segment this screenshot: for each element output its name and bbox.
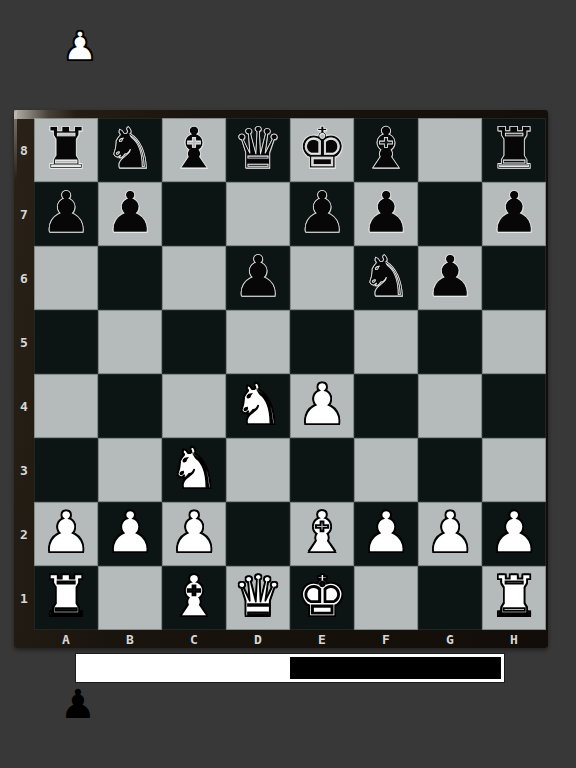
- captured-black-pieces-tray: ♟: [56, 682, 100, 726]
- square-a6[interactable]: [34, 246, 98, 310]
- square-b5[interactable]: [98, 310, 162, 374]
- captured-white-pieces-tray: ♟: [58, 24, 102, 68]
- square-d8[interactable]: ♛: [226, 118, 290, 182]
- square-b2[interactable]: ♟: [98, 502, 162, 566]
- square-c5[interactable]: [162, 310, 226, 374]
- square-b4[interactable]: [98, 374, 162, 438]
- square-a5[interactable]: [34, 310, 98, 374]
- evaluation-bar-white: [79, 657, 290, 679]
- square-c1[interactable]: ♝: [162, 566, 226, 630]
- square-b7[interactable]: ♟: [98, 182, 162, 246]
- square-g3[interactable]: [418, 438, 482, 502]
- black-pawn[interactable]: ♟: [232, 248, 283, 305]
- square-c2[interactable]: ♟: [162, 502, 226, 566]
- white-knight[interactable]: ♞: [168, 440, 219, 497]
- white-queen[interactable]: ♛: [232, 568, 283, 625]
- file-label-a: A: [34, 630, 98, 648]
- square-a4[interactable]: [34, 374, 98, 438]
- black-queen[interactable]: ♛: [232, 120, 283, 177]
- square-e4[interactable]: ♟: [290, 374, 354, 438]
- rank-labels: 87654321: [14, 118, 34, 630]
- white-king[interactable]: ♚: [296, 568, 347, 625]
- square-h7[interactable]: ♟: [482, 182, 546, 246]
- square-d4[interactable]: ♞: [226, 374, 290, 438]
- square-a2[interactable]: ♟: [34, 502, 98, 566]
- square-d7[interactable]: [226, 182, 290, 246]
- rank-label-7: 7: [14, 182, 34, 246]
- square-h8[interactable]: ♜: [482, 118, 546, 182]
- black-knight[interactable]: ♞: [360, 248, 411, 305]
- square-e2[interactable]: ♝: [290, 502, 354, 566]
- board-frame: 87654321 ♜♞♝♛♚♝♜♟♟♟♟♟♟♞♟♞♟♞♟♟♟♝♟♟♟♜♝♛♚♜ …: [14, 110, 548, 648]
- square-c3[interactable]: ♞: [162, 438, 226, 502]
- black-pawn[interactable]: ♟: [296, 184, 347, 241]
- square-h1[interactable]: ♜: [482, 566, 546, 630]
- square-b1[interactable]: [98, 566, 162, 630]
- square-e3[interactable]: [290, 438, 354, 502]
- black-pawn[interactable]: ♟: [104, 184, 155, 241]
- black-pawn[interactable]: ♟: [488, 184, 539, 241]
- square-a7[interactable]: ♟: [34, 182, 98, 246]
- square-f3[interactable]: [354, 438, 418, 502]
- rank-label-2: 2: [14, 502, 34, 566]
- square-h3[interactable]: [482, 438, 546, 502]
- square-b3[interactable]: [98, 438, 162, 502]
- square-d5[interactable]: [226, 310, 290, 374]
- white-rook[interactable]: ♜: [40, 568, 91, 625]
- black-rook[interactable]: ♜: [40, 120, 91, 177]
- white-knight[interactable]: ♞: [232, 376, 283, 433]
- square-f6[interactable]: ♞: [354, 246, 418, 310]
- square-d6[interactable]: ♟: [226, 246, 290, 310]
- square-f4[interactable]: [354, 374, 418, 438]
- square-g8[interactable]: [418, 118, 482, 182]
- square-a3[interactable]: [34, 438, 98, 502]
- square-e1[interactable]: ♚: [290, 566, 354, 630]
- white-pawn[interactable]: ♟: [40, 504, 91, 561]
- chess-board[interactable]: ♜♞♝♛♚♝♜♟♟♟♟♟♟♞♟♞♟♞♟♟♟♝♟♟♟♜♝♛♚♜: [34, 118, 546, 630]
- square-g1[interactable]: [418, 566, 482, 630]
- black-bishop[interactable]: ♝: [168, 120, 219, 177]
- square-g5[interactable]: [418, 310, 482, 374]
- square-f8[interactable]: ♝: [354, 118, 418, 182]
- file-label-f: F: [354, 630, 418, 648]
- black-pawn[interactable]: ♟: [424, 248, 475, 305]
- square-e6[interactable]: [290, 246, 354, 310]
- rank-label-5: 5: [14, 310, 34, 374]
- black-king[interactable]: ♚: [296, 120, 347, 177]
- white-bishop[interactable]: ♝: [296, 504, 347, 561]
- square-g7[interactable]: [418, 182, 482, 246]
- white-pawn[interactable]: ♟: [360, 504, 411, 561]
- black-bishop[interactable]: ♝: [360, 120, 411, 177]
- white-pawn[interactable]: ♟: [104, 504, 155, 561]
- chess-app: ♟ 87654321 ♜♞♝♛♚♝♜♟♟♟♟♟♟♞♟♞♟♞♟♟♟♝♟♟♟♜♝♛♚…: [0, 0, 576, 768]
- square-g4[interactable]: [418, 374, 482, 438]
- square-g6[interactable]: ♟: [418, 246, 482, 310]
- file-label-d: D: [226, 630, 290, 648]
- square-c7[interactable]: [162, 182, 226, 246]
- rank-label-1: 1: [14, 566, 34, 630]
- square-a1[interactable]: ♜: [34, 566, 98, 630]
- file-label-h: H: [482, 630, 546, 648]
- black-rook[interactable]: ♜: [488, 120, 539, 177]
- file-labels: ABCDEFGH: [34, 630, 546, 648]
- file-label-c: C: [162, 630, 226, 648]
- file-label-g: G: [418, 630, 482, 648]
- square-h5[interactable]: [482, 310, 546, 374]
- file-label-e: E: [290, 630, 354, 648]
- square-h6[interactable]: [482, 246, 546, 310]
- captured-black-pawn: ♟: [60, 684, 96, 724]
- square-a8[interactable]: ♜: [34, 118, 98, 182]
- white-rook[interactable]: ♜: [488, 568, 539, 625]
- white-pawn[interactable]: ♟: [296, 376, 347, 433]
- square-g2[interactable]: ♟: [418, 502, 482, 566]
- square-f1[interactable]: [354, 566, 418, 630]
- square-f2[interactable]: ♟: [354, 502, 418, 566]
- black-knight[interactable]: ♞: [104, 120, 155, 177]
- square-h2[interactable]: ♟: [482, 502, 546, 566]
- black-pawn[interactable]: ♟: [40, 184, 91, 241]
- square-e8[interactable]: ♚: [290, 118, 354, 182]
- file-label-b: B: [98, 630, 162, 648]
- square-e5[interactable]: [290, 310, 354, 374]
- frame-edge-highlight: [14, 110, 17, 180]
- square-d1[interactable]: ♛: [226, 566, 290, 630]
- white-pawn[interactable]: ♟: [424, 504, 475, 561]
- square-b8[interactable]: ♞: [98, 118, 162, 182]
- square-c6[interactable]: [162, 246, 226, 310]
- square-e7[interactable]: ♟: [290, 182, 354, 246]
- square-c8[interactable]: ♝: [162, 118, 226, 182]
- rank-label-4: 4: [14, 374, 34, 438]
- black-pawn[interactable]: ♟: [360, 184, 411, 241]
- square-h4[interactable]: [482, 374, 546, 438]
- evaluation-bar-black: [290, 657, 501, 679]
- square-f7[interactable]: ♟: [354, 182, 418, 246]
- captured-white-pawn: ♟: [62, 26, 98, 66]
- square-d3[interactable]: [226, 438, 290, 502]
- white-pawn[interactable]: ♟: [168, 504, 219, 561]
- square-d2[interactable]: [226, 502, 290, 566]
- white-bishop[interactable]: ♝: [168, 568, 219, 625]
- rank-label-8: 8: [14, 118, 34, 182]
- square-f5[interactable]: [354, 310, 418, 374]
- rank-label-3: 3: [14, 438, 34, 502]
- evaluation-bar: [76, 654, 504, 682]
- square-b6[interactable]: [98, 246, 162, 310]
- white-pawn[interactable]: ♟: [488, 504, 539, 561]
- rank-label-6: 6: [14, 246, 34, 310]
- square-c4[interactable]: [162, 374, 226, 438]
